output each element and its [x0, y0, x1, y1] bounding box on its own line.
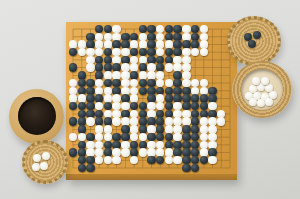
go-board-face: [66, 22, 237, 174]
white-stone-in-bowl: [265, 98, 273, 106]
black-stone-bowl: [9, 89, 64, 144]
black-stone: [78, 164, 86, 172]
black-stone: [69, 117, 77, 125]
white-stones-in-bowl: [241, 69, 283, 110]
black-stone-on-lid: [253, 31, 261, 39]
white-stone-on-lid: [32, 163, 40, 171]
black-stone: [182, 164, 190, 172]
white-stone-on-lid: [40, 162, 48, 170]
white-stone-in-bowl: [261, 77, 269, 85]
white-stone-in-bowl: [249, 98, 257, 106]
white-stone-tray-lid: [22, 140, 68, 184]
go-board-side-edge: [66, 174, 237, 180]
white-stone: [121, 79, 129, 87]
white-stone: [112, 25, 120, 33]
white-stone-bowl: [232, 61, 292, 118]
go-board: [66, 22, 237, 180]
white-stone: [121, 148, 129, 156]
black-stones-in-bowl: [18, 97, 56, 135]
white-stone-on-lid: [33, 154, 41, 162]
black-stone: [86, 164, 94, 172]
black-stone-tray-lid: [227, 16, 281, 66]
black-stone: [139, 87, 147, 95]
black-stone: [147, 25, 155, 33]
white-stone: [139, 148, 147, 156]
goban-photo: [0, 0, 300, 199]
black-stone-on-lid: [248, 40, 256, 48]
white-stone: [165, 63, 173, 71]
white-stone-in-bowl: [257, 99, 265, 107]
black-stone: [78, 79, 86, 87]
black-stone: [86, 79, 94, 87]
black-stone: [69, 148, 77, 156]
black-stone: [173, 25, 181, 33]
black-stone: [173, 79, 181, 87]
white-stone: [112, 117, 120, 125]
white-stone: [86, 63, 94, 71]
black-stone: [139, 25, 147, 33]
black-stone: [147, 79, 155, 87]
black-stone: [112, 79, 120, 87]
white-stone-in-bowl: [252, 77, 260, 85]
white-stone: [182, 25, 190, 33]
white-stone-on-lid: [42, 152, 50, 160]
black-stone: [69, 63, 77, 71]
white-stone: [86, 117, 94, 125]
white-stone: [182, 79, 190, 87]
